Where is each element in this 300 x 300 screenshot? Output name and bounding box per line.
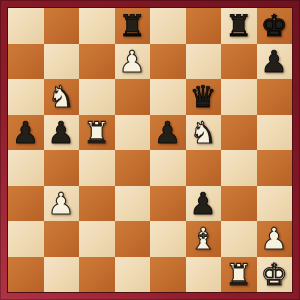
square-h6[interactable] — [257, 79, 293, 115]
square-h3[interactable] — [257, 186, 293, 222]
square-a5[interactable]: ♟ — [8, 115, 44, 151]
square-f2[interactable]: ♝ — [186, 221, 222, 257]
board-frame: ♜♜♚♟♟♞♛♟♟♜♟♞♟♟♝♟♜♚ — [0, 0, 300, 300]
white-bishop-f2: ♝ — [186, 221, 222, 257]
white-pawn-h2: ♟ — [257, 221, 293, 257]
square-f4[interactable] — [186, 150, 222, 186]
square-c3[interactable] — [79, 186, 115, 222]
square-f3[interactable]: ♟ — [186, 186, 222, 222]
square-c8[interactable] — [79, 8, 115, 44]
square-a8[interactable] — [8, 8, 44, 44]
square-a6[interactable] — [8, 79, 44, 115]
square-f6[interactable]: ♛ — [186, 79, 222, 115]
square-e8[interactable] — [150, 8, 186, 44]
square-e3[interactable] — [150, 186, 186, 222]
square-a3[interactable] — [8, 186, 44, 222]
square-b6[interactable]: ♞ — [44, 79, 80, 115]
square-a4[interactable] — [8, 150, 44, 186]
square-c4[interactable] — [79, 150, 115, 186]
square-g3[interactable] — [221, 186, 257, 222]
square-g6[interactable] — [221, 79, 257, 115]
square-a7[interactable] — [8, 44, 44, 80]
square-d3[interactable] — [115, 186, 151, 222]
square-b8[interactable] — [44, 8, 80, 44]
square-b5[interactable]: ♟ — [44, 115, 80, 151]
square-f1[interactable] — [186, 257, 222, 293]
black-pawn-f3: ♟ — [186, 186, 222, 222]
square-d8[interactable]: ♜ — [115, 8, 151, 44]
white-knight-f5: ♞ — [186, 115, 222, 151]
square-e4[interactable] — [150, 150, 186, 186]
square-c7[interactable] — [79, 44, 115, 80]
square-a2[interactable] — [8, 221, 44, 257]
square-a1[interactable] — [8, 257, 44, 293]
square-d7[interactable]: ♟ — [115, 44, 151, 80]
square-g7[interactable] — [221, 44, 257, 80]
square-f7[interactable] — [186, 44, 222, 80]
square-c5[interactable]: ♜ — [79, 115, 115, 151]
square-b2[interactable] — [44, 221, 80, 257]
square-d6[interactable] — [115, 79, 151, 115]
square-e7[interactable] — [150, 44, 186, 80]
square-e6[interactable] — [150, 79, 186, 115]
white-pawn-d7: ♟ — [115, 44, 151, 80]
square-g8[interactable]: ♜ — [221, 8, 257, 44]
square-f8[interactable] — [186, 8, 222, 44]
square-c2[interactable] — [79, 221, 115, 257]
square-d5[interactable] — [115, 115, 151, 151]
black-pawn-b5: ♟ — [44, 115, 80, 151]
black-rook-d8: ♜ — [115, 8, 151, 44]
white-rook-g1: ♜ — [221, 257, 257, 293]
square-b7[interactable] — [44, 44, 80, 80]
black-rook-g8: ♜ — [221, 8, 257, 44]
square-h1[interactable]: ♚ — [257, 257, 293, 293]
black-pawn-h7: ♟ — [257, 44, 293, 80]
white-knight-b6: ♞ — [44, 79, 80, 115]
square-b3[interactable]: ♟ — [44, 186, 80, 222]
square-g2[interactable] — [221, 221, 257, 257]
chess-board: ♜♜♚♟♟♞♛♟♟♜♟♞♟♟♝♟♜♚ — [8, 8, 292, 292]
black-pawn-e5: ♟ — [150, 115, 186, 151]
square-h4[interactable] — [257, 150, 293, 186]
square-h5[interactable] — [257, 115, 293, 151]
square-h2[interactable]: ♟ — [257, 221, 293, 257]
square-e5[interactable]: ♟ — [150, 115, 186, 151]
square-h8[interactable]: ♚ — [257, 8, 293, 44]
square-g4[interactable] — [221, 150, 257, 186]
white-rook-c5: ♜ — [79, 115, 115, 151]
square-f5[interactable]: ♞ — [186, 115, 222, 151]
square-d2[interactable] — [115, 221, 151, 257]
square-h7[interactable]: ♟ — [257, 44, 293, 80]
square-e1[interactable] — [150, 257, 186, 293]
black-pawn-a5: ♟ — [8, 115, 44, 151]
black-queen-f6: ♛ — [186, 79, 222, 115]
square-e2[interactable] — [150, 221, 186, 257]
square-c6[interactable] — [79, 79, 115, 115]
black-king-h8: ♚ — [257, 8, 293, 44]
square-b1[interactable] — [44, 257, 80, 293]
square-c1[interactable] — [79, 257, 115, 293]
square-d1[interactable] — [115, 257, 151, 293]
square-g5[interactable] — [221, 115, 257, 151]
white-king-h1: ♚ — [257, 257, 293, 293]
square-g1[interactable]: ♜ — [221, 257, 257, 293]
white-pawn-b3: ♟ — [44, 186, 80, 222]
square-b4[interactable] — [44, 150, 80, 186]
square-d4[interactable] — [115, 150, 151, 186]
